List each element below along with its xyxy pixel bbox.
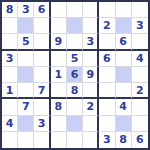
cell-r5c8[interactable] bbox=[116, 67, 132, 83]
cell-r7c7[interactable] bbox=[99, 99, 115, 115]
cell-r1c7[interactable] bbox=[99, 2, 115, 18]
cell-r4c6[interactable] bbox=[83, 51, 99, 67]
cell-r5c7[interactable] bbox=[99, 67, 115, 83]
cell-r8c5[interactable] bbox=[67, 116, 83, 132]
cell-r6c3[interactable]: 7 bbox=[34, 83, 50, 99]
cell-r7c2[interactable]: 7 bbox=[18, 99, 34, 115]
cell-r4c7[interactable]: 6 bbox=[99, 51, 115, 67]
cell-r6c2[interactable] bbox=[18, 83, 34, 99]
cell-r8c6[interactable] bbox=[83, 116, 99, 132]
cell-r9c6[interactable] bbox=[83, 132, 99, 148]
cell-r3c7[interactable] bbox=[99, 34, 115, 50]
cell-r1c2[interactable]: 3 bbox=[18, 2, 34, 18]
cell-r8c7[interactable] bbox=[99, 116, 115, 132]
cell-r1c4[interactable] bbox=[51, 2, 67, 18]
cell-r8c9[interactable] bbox=[132, 116, 148, 132]
cell-r3c6[interactable]: 3 bbox=[83, 34, 99, 50]
cell-r8c8[interactable] bbox=[116, 116, 132, 132]
cell-r6c6[interactable] bbox=[83, 83, 99, 99]
cell-r3c5[interactable] bbox=[67, 34, 83, 50]
cell-r1c1[interactable]: 8 bbox=[2, 2, 18, 18]
cell-r1c6[interactable] bbox=[83, 2, 99, 18]
cell-r2c3[interactable] bbox=[34, 18, 50, 34]
cell-r6c7[interactable] bbox=[99, 83, 115, 99]
cell-r7c3[interactable] bbox=[34, 99, 50, 115]
cell-r9c3[interactable] bbox=[34, 132, 50, 148]
sudoku-board: 83623593635641691782782443386 bbox=[0, 0, 150, 150]
cell-r4c1[interactable]: 3 bbox=[2, 51, 18, 67]
cell-r1c8[interactable] bbox=[116, 2, 132, 18]
cell-r2c8[interactable] bbox=[116, 18, 132, 34]
cell-r3c8[interactable]: 6 bbox=[116, 34, 132, 50]
cell-r8c2[interactable] bbox=[18, 116, 34, 132]
cell-r5c2[interactable] bbox=[18, 67, 34, 83]
cell-r3c1[interactable] bbox=[2, 34, 18, 50]
cell-r2c5[interactable] bbox=[67, 18, 83, 34]
cell-r9c7[interactable]: 3 bbox=[99, 132, 115, 148]
cell-r7c5[interactable] bbox=[67, 99, 83, 115]
cell-r6c1[interactable]: 1 bbox=[2, 83, 18, 99]
cell-r3c4[interactable]: 9 bbox=[51, 34, 67, 50]
cell-r4c2[interactable] bbox=[18, 51, 34, 67]
cell-r7c4[interactable]: 8 bbox=[51, 99, 67, 115]
cell-r4c8[interactable] bbox=[116, 51, 132, 67]
cell-r6c8[interactable] bbox=[116, 83, 132, 99]
cell-r9c5[interactable] bbox=[67, 132, 83, 148]
cell-r9c8[interactable]: 8 bbox=[116, 132, 132, 148]
cell-r2c7[interactable]: 2 bbox=[99, 18, 115, 34]
cell-r4c4[interactable] bbox=[51, 51, 67, 67]
cell-r5c4[interactable]: 1 bbox=[51, 67, 67, 83]
cell-r2c2[interactable] bbox=[18, 18, 34, 34]
cell-r8c1[interactable]: 4 bbox=[2, 116, 18, 132]
cell-r7c1[interactable] bbox=[2, 99, 18, 115]
cell-r6c4[interactable] bbox=[51, 83, 67, 99]
cell-r3c9[interactable] bbox=[132, 34, 148, 50]
cell-r7c6[interactable]: 2 bbox=[83, 99, 99, 115]
cell-r4c3[interactable] bbox=[34, 51, 50, 67]
cell-r8c3[interactable]: 3 bbox=[34, 116, 50, 132]
cell-r8c4[interactable] bbox=[51, 116, 67, 132]
cell-r5c6[interactable]: 9 bbox=[83, 67, 99, 83]
cell-r5c9[interactable] bbox=[132, 67, 148, 83]
cell-r4c5[interactable]: 5 bbox=[67, 51, 83, 67]
cell-r4c9[interactable]: 4 bbox=[132, 51, 148, 67]
cell-r3c2[interactable]: 5 bbox=[18, 34, 34, 50]
cell-r1c5[interactable] bbox=[67, 2, 83, 18]
cell-r1c3[interactable]: 6 bbox=[34, 2, 50, 18]
cell-r9c1[interactable] bbox=[2, 132, 18, 148]
cell-r2c9[interactable]: 3 bbox=[132, 18, 148, 34]
cell-r6c9[interactable]: 2 bbox=[132, 83, 148, 99]
cell-r6c5[interactable]: 8 bbox=[67, 83, 83, 99]
cell-r2c1[interactable] bbox=[2, 18, 18, 34]
cell-r2c6[interactable] bbox=[83, 18, 99, 34]
cell-r9c9[interactable]: 6 bbox=[132, 132, 148, 148]
cell-r3c3[interactable] bbox=[34, 34, 50, 50]
cell-r5c3[interactable] bbox=[34, 67, 50, 83]
cell-r1c9[interactable] bbox=[132, 2, 148, 18]
cell-r5c5[interactable]: 6 bbox=[67, 67, 83, 83]
cell-r9c2[interactable] bbox=[18, 132, 34, 148]
cell-r9c4[interactable] bbox=[51, 132, 67, 148]
cell-r7c9[interactable] bbox=[132, 99, 148, 115]
cell-r2c4[interactable] bbox=[51, 18, 67, 34]
cell-r7c8[interactable]: 4 bbox=[116, 99, 132, 115]
cell-r5c1[interactable] bbox=[2, 67, 18, 83]
